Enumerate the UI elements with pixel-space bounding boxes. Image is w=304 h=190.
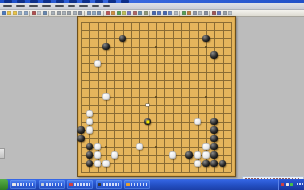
white-stone[interactable] [102, 93, 110, 101]
black-stone[interactable] [86, 151, 94, 159]
toolbar-icon[interactable] [138, 11, 142, 15]
app-workspace [0, 17, 304, 179]
toolbar-separator [29, 11, 30, 16]
white-stone[interactable] [169, 151, 177, 159]
toolbar-icon[interactable] [24, 11, 28, 15]
taskbar-button[interactable] [10, 180, 36, 189]
black-stone[interactable] [185, 151, 193, 159]
toolbar-icon[interactable] [106, 11, 110, 15]
star-point [155, 146, 157, 148]
taskbar-button-label-blur [46, 183, 62, 186]
tray-icon[interactable] [286, 183, 289, 186]
toolbar-icon[interactable] [2, 11, 6, 15]
grid-line-h [81, 122, 231, 123]
taskbar-button-icon [98, 183, 102, 187]
black-stone[interactable] [210, 126, 218, 134]
star-point [155, 46, 157, 48]
black-stone[interactable] [210, 143, 218, 151]
star-point [205, 96, 207, 98]
taskbar-clock [297, 183, 303, 185]
white-stone[interactable] [194, 151, 202, 159]
toolbar-icon[interactable] [223, 11, 227, 15]
start-button[interactable] [0, 179, 8, 190]
toolbar-icon[interactable] [193, 11, 197, 15]
taskbar-button-label-blur [103, 183, 119, 186]
white-stone[interactable] [111, 151, 119, 159]
taskbar-button[interactable] [124, 180, 150, 189]
toolbar-icon[interactable] [111, 11, 115, 15]
taskbar-button-icon [69, 183, 73, 187]
toolbar-icon[interactable] [157, 11, 161, 15]
white-stone[interactable] [202, 151, 210, 159]
white-stone[interactable] [94, 60, 102, 68]
black-stone[interactable] [119, 35, 127, 43]
white-stone[interactable] [194, 118, 202, 126]
grid-line-v [173, 22, 174, 172]
black-stone[interactable] [210, 51, 218, 59]
toolbar-icon[interactable] [62, 11, 66, 15]
white-stone[interactable] [102, 160, 110, 168]
grid-line-h [81, 113, 231, 114]
white-stone[interactable] [86, 118, 94, 126]
taskbar-button-icon [126, 183, 130, 187]
grid-line-v [231, 22, 232, 172]
toolbar-icon[interactable] [13, 11, 17, 15]
grid-line-h [81, 172, 231, 173]
star-point [105, 146, 107, 148]
star-point [155, 96, 157, 98]
toolbar-icon[interactable] [127, 11, 131, 15]
toolbar-icon[interactable] [57, 11, 61, 15]
desktop-screen [0, 0, 304, 190]
black-stone[interactable] [86, 143, 94, 151]
toolbar-icon[interactable] [187, 11, 191, 15]
minimized-window-fragment[interactable] [0, 148, 5, 159]
toolbar-icon[interactable] [87, 11, 91, 15]
grid-line-h [81, 130, 231, 131]
taskbar-button-icon [41, 183, 45, 187]
white-stone[interactable] [86, 110, 94, 118]
white-stone[interactable] [194, 160, 202, 168]
last-move-marker [146, 120, 149, 123]
toolbar-icon[interactable] [7, 11, 11, 15]
white-stone[interactable] [86, 126, 94, 134]
toolbar-icon[interactable] [92, 11, 96, 15]
taskbar-button[interactable] [96, 180, 122, 189]
point-marker [146, 104, 149, 107]
toolbar-icon[interactable] [204, 11, 208, 15]
toolbar-icon[interactable] [174, 11, 178, 15]
menu-bar [0, 3, 304, 10]
tray-icon[interactable] [281, 183, 284, 186]
white-stone[interactable] [94, 143, 102, 151]
menu-item[interactable] [16, 5, 25, 8]
toolbar-icon[interactable] [51, 11, 55, 15]
black-stone[interactable] [77, 135, 85, 143]
toolbar-icon[interactable] [133, 11, 137, 15]
toolbar-icon[interactable] [97, 11, 101, 15]
menu-item[interactable] [55, 5, 64, 8]
star-point [205, 46, 207, 48]
go-board[interactable] [77, 16, 236, 177]
toolbar-icon[interactable] [117, 11, 121, 15]
toolbar-icon[interactable] [217, 11, 221, 15]
black-stone[interactable] [210, 118, 218, 126]
toolbar-icon[interactable] [73, 11, 77, 15]
toolbar-icon[interactable] [43, 11, 47, 15]
toolbar-icon[interactable] [163, 11, 167, 15]
grid-line-v [164, 22, 165, 172]
toolbar-icon[interactable] [212, 11, 216, 15]
taskbar-button-label-blur [131, 183, 147, 186]
black-stone[interactable] [102, 43, 110, 51]
white-stone[interactable] [202, 143, 210, 151]
menu-item[interactable] [29, 5, 38, 8]
taskbar-button-label-blur [74, 183, 90, 186]
taskbar-button-label-blur [17, 183, 33, 186]
white-stone[interactable] [94, 151, 102, 159]
black-stone[interactable] [77, 126, 85, 134]
toolbar-icon[interactable] [78, 11, 82, 15]
grid-line-v [181, 22, 182, 172]
grid-line-v [189, 22, 190, 172]
system-tray [279, 179, 304, 190]
taskbar-button-icon [12, 183, 16, 187]
black-stone[interactable] [86, 160, 94, 168]
taskbar [0, 179, 304, 190]
black-stone[interactable] [202, 35, 210, 43]
toolbar-icon[interactable] [228, 11, 232, 15]
toolbar-icon[interactable] [122, 11, 126, 15]
toolbar-icon[interactable] [168, 11, 172, 15]
toolbar-icon[interactable] [198, 11, 202, 15]
grid-line-h [81, 105, 231, 106]
tray-icon[interactable] [290, 183, 293, 186]
taskbar-button[interactable] [67, 180, 93, 189]
toolbar-icon[interactable] [32, 11, 36, 15]
black-stone[interactable] [210, 151, 218, 159]
black-stone[interactable] [210, 135, 218, 143]
menu-item[interactable] [42, 5, 51, 8]
menu-item[interactable] [68, 5, 75, 8]
taskbar-button[interactable] [39, 180, 65, 189]
toolbar-separator [48, 11, 49, 16]
menu-item[interactable] [92, 5, 99, 8]
toolbar-icon[interactable] [37, 11, 41, 15]
toolbar-icon[interactable] [18, 11, 22, 15]
black-stone[interactable] [144, 118, 152, 126]
grid-line-v [223, 22, 224, 172]
grid-line-v [198, 22, 199, 172]
toolbar-icon[interactable] [182, 11, 186, 15]
white-stone[interactable] [136, 143, 144, 151]
menu-item[interactable] [3, 5, 12, 8]
toolbar-icon[interactable] [144, 11, 148, 15]
grid-line-h [81, 138, 231, 139]
menu-item[interactable] [103, 5, 110, 8]
black-stone[interactable] [202, 160, 210, 168]
white-stone[interactable] [94, 160, 102, 168]
toolbar-icon[interactable] [152, 11, 156, 15]
menu-item[interactable] [79, 5, 88, 8]
toolbar-icon[interactable] [67, 11, 71, 15]
black-stone[interactable] [210, 160, 218, 168]
black-stone[interactable] [219, 160, 227, 168]
